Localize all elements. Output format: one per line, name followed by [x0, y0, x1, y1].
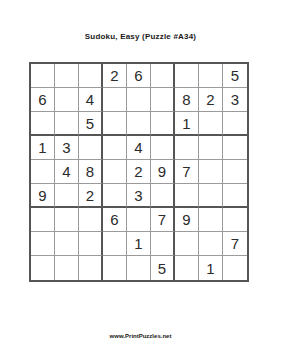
sudoku-cell-given: 9: [31, 184, 55, 208]
sudoku-cell-given: 4: [79, 88, 103, 112]
sudoku-cell-given: 5: [79, 112, 103, 136]
sudoku-cell-empty[interactable]: [151, 136, 175, 160]
sudoku-cell-empty[interactable]: [199, 208, 223, 232]
sudoku-cell-empty[interactable]: [55, 112, 79, 136]
sudoku-cell-empty[interactable]: [223, 160, 247, 184]
sudoku-cell-empty[interactable]: [127, 256, 151, 280]
sudoku-cell-empty[interactable]: [55, 232, 79, 256]
sudoku-cell-empty[interactable]: [103, 160, 127, 184]
sudoku-cell-empty[interactable]: [175, 136, 199, 160]
sudoku-cell-empty[interactable]: [79, 208, 103, 232]
sudoku-cell-given: 1: [199, 256, 223, 280]
sudoku-cell-given: 8: [79, 160, 103, 184]
sudoku-cell-empty[interactable]: [79, 232, 103, 256]
sudoku-grid: 2656482351134482979236791751: [29, 62, 249, 282]
sudoku-cell-empty[interactable]: [55, 64, 79, 88]
sudoku-cell-empty[interactable]: [223, 208, 247, 232]
sudoku-cell-given: 4: [55, 160, 79, 184]
sudoku-cell-given: 8: [175, 88, 199, 112]
sudoku-cell-empty[interactable]: [103, 136, 127, 160]
sudoku-cell-given: 5: [151, 256, 175, 280]
sudoku-cell-given: 4: [127, 136, 151, 160]
sudoku-cell-empty[interactable]: [79, 136, 103, 160]
sudoku-cell-empty[interactable]: [175, 64, 199, 88]
sudoku-cell-given: 9: [175, 208, 199, 232]
puzzle-title: Sudoku, Easy (Puzzle #A34): [0, 32, 281, 41]
footer-url: www.PrintPuzzles.net: [0, 333, 281, 339]
sudoku-cell-given: 2: [79, 184, 103, 208]
sudoku-cell-empty[interactable]: [79, 256, 103, 280]
sudoku-cell-empty[interactable]: [151, 112, 175, 136]
sudoku-cell-empty[interactable]: [55, 184, 79, 208]
sudoku-cell-empty[interactable]: [175, 256, 199, 280]
sudoku-cell-empty[interactable]: [199, 160, 223, 184]
sudoku-cell-empty[interactable]: [103, 112, 127, 136]
sudoku-cell-empty[interactable]: [223, 112, 247, 136]
sudoku-cell-empty[interactable]: [223, 256, 247, 280]
sudoku-cell-empty[interactable]: [55, 88, 79, 112]
sudoku-cell-given: 3: [127, 184, 151, 208]
sudoku-cell-given: 5: [223, 64, 247, 88]
sudoku-cell-given: 1: [175, 112, 199, 136]
sudoku-cell-given: 2: [127, 160, 151, 184]
sudoku-cell-empty[interactable]: [127, 112, 151, 136]
sudoku-cell-empty[interactable]: [31, 208, 55, 232]
sudoku-cell-empty[interactable]: [223, 184, 247, 208]
sudoku-cell-empty[interactable]: [79, 64, 103, 88]
sudoku-grid-wrap: 2656482351134482979236791751: [29, 62, 249, 282]
sudoku-cell-empty[interactable]: [103, 88, 127, 112]
sudoku-cell-given: 1: [127, 232, 151, 256]
sudoku-cell-given: 1: [31, 136, 55, 160]
sudoku-cell-given: 2: [199, 88, 223, 112]
sudoku-cell-given: 7: [175, 160, 199, 184]
sudoku-cell-empty[interactable]: [55, 256, 79, 280]
sudoku-cell-empty[interactable]: [151, 184, 175, 208]
sudoku-cell-given: 6: [127, 64, 151, 88]
sudoku-cell-empty[interactable]: [55, 208, 79, 232]
sudoku-cell-empty[interactable]: [31, 256, 55, 280]
sudoku-cell-given: 3: [223, 88, 247, 112]
sudoku-cell-given: 9: [151, 160, 175, 184]
sudoku-cell-empty[interactable]: [223, 136, 247, 160]
sudoku-cell-empty[interactable]: [151, 232, 175, 256]
sudoku-cell-empty[interactable]: [103, 256, 127, 280]
sudoku-cell-empty[interactable]: [199, 136, 223, 160]
sudoku-cell-empty[interactable]: [199, 64, 223, 88]
sudoku-cell-empty[interactable]: [127, 208, 151, 232]
sudoku-cell-empty[interactable]: [31, 232, 55, 256]
sudoku-cell-empty[interactable]: [31, 64, 55, 88]
sudoku-cell-given: 7: [223, 232, 247, 256]
sudoku-cell-given: 2: [103, 64, 127, 88]
sudoku-cell-empty[interactable]: [127, 88, 151, 112]
sudoku-cell-given: 6: [103, 208, 127, 232]
sudoku-cell-given: 3: [55, 136, 79, 160]
sudoku-cell-empty[interactable]: [151, 64, 175, 88]
sudoku-cell-empty[interactable]: [31, 112, 55, 136]
sudoku-cell-empty[interactable]: [151, 88, 175, 112]
sudoku-cell-empty[interactable]: [31, 160, 55, 184]
sudoku-cell-empty[interactable]: [199, 232, 223, 256]
sudoku-cell-empty[interactable]: [175, 184, 199, 208]
sudoku-cell-empty[interactable]: [175, 232, 199, 256]
sudoku-cell-empty[interactable]: [199, 184, 223, 208]
sudoku-cell-given: 6: [31, 88, 55, 112]
sudoku-cell-empty[interactable]: [103, 184, 127, 208]
sudoku-cell-given: 7: [151, 208, 175, 232]
puzzle-page: Sudoku, Easy (Puzzle #A34) 2656482351134…: [0, 0, 281, 363]
sudoku-cell-empty[interactable]: [103, 232, 127, 256]
sudoku-cell-empty[interactable]: [199, 112, 223, 136]
